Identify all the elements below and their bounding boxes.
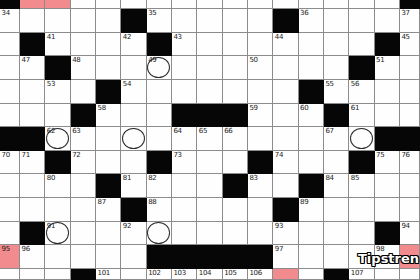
cell-r0-c1[interactable] [20,0,45,9]
cell-r8-c15[interactable] [375,174,400,198]
cell-r2-c8[interactable] [197,33,222,57]
clue-number: 62 [47,127,55,136]
cell-r4-c15[interactable] [375,80,400,104]
cell-r5-c11[interactable] [273,104,298,128]
cell-r1-c5 [121,9,146,33]
clue-number: 54 [123,80,131,89]
cell-r11-c13[interactable] [324,245,349,269]
cell-r11-c6 [147,245,172,269]
cell-r5-c1[interactable] [20,104,45,128]
cell-r4-c5[interactable]: 54 [121,80,146,104]
cell-r8-c5[interactable]: 81 [121,174,146,198]
clue-number: 44 [275,33,283,42]
cell-r10-c11[interactable]: 93 [273,222,298,246]
clue-number: 103 [173,269,185,278]
cell-r4-c4 [96,80,121,104]
cell-r2-c4[interactable] [96,33,121,57]
cell-r12-c5[interactable] [121,269,146,280]
cell-r2-c16[interactable]: 45 [400,33,420,57]
cell-r5-c9 [223,104,248,128]
cell-r1-c13[interactable] [324,9,349,33]
cell-r4-c8[interactable] [197,80,222,104]
cell-r8-c1[interactable] [20,174,45,198]
cell-r5-c12[interactable]: 60 [299,104,324,128]
cell-r11-c5[interactable] [121,245,146,269]
cell-r7-c0[interactable]: 70 [0,151,20,175]
circle-marker [350,128,373,150]
cell-r8-c16[interactable] [400,174,420,198]
clue-number: 67 [325,127,333,136]
clue-number: 56 [351,80,359,89]
clue-number: 37 [401,9,409,18]
cell-r10-c6[interactable] [147,222,172,246]
cell-r5-c5[interactable] [121,104,146,128]
cell-r2-c12[interactable] [299,33,324,57]
cell-r1-c16[interactable]: 37 [400,9,420,33]
clue-number: 51 [376,56,384,65]
cell-r3-c13[interactable] [324,56,349,80]
clue-number: 36 [300,9,308,18]
clue-number: 92 [123,222,131,231]
circle-marker [122,128,145,150]
cell-r12-c12[interactable] [299,269,324,280]
cell-r6-c12[interactable] [299,127,324,151]
cell-r0-c9[interactable] [223,0,248,9]
clue-number: 93 [275,222,283,231]
cell-r8-c3[interactable] [71,174,96,198]
cell-r8-c9 [223,174,248,198]
cell-r9-c6[interactable]: 88 [147,198,172,222]
cell-r6-c1 [20,127,45,151]
cell-r4-c3[interactable] [71,80,96,104]
clue-number: 91 [47,222,55,231]
cell-r4-c10[interactable] [248,80,273,104]
cell-r9-c8[interactable] [197,198,222,222]
cell-r12-c11[interactable] [273,269,298,280]
clue-number: 88 [148,198,156,207]
cell-r6-c3[interactable]: 63 [71,127,96,151]
cell-r2-c9[interactable] [223,33,248,57]
cell-r5-c13 [324,104,349,128]
cell-r3-c10[interactable]: 50 [248,56,273,80]
clue-number: 74 [275,151,283,160]
cell-r3-c1[interactable]: 47 [20,56,45,80]
cell-r4-c13[interactable]: 55 [324,80,349,104]
cell-r4-c11[interactable] [273,80,298,104]
cell-r11-c9 [223,245,248,269]
clue-number: 59 [249,104,257,113]
cell-r8-c10[interactable]: 83 [248,174,273,198]
cell-r0-c15[interactable] [375,0,400,9]
clue-number: 66 [224,127,232,136]
clue-number: 94 [401,222,409,231]
cell-r7-c14 [349,151,374,175]
cell-r7-c12[interactable] [299,151,324,175]
cell-r5-c16[interactable] [400,104,420,128]
clue-number: 89 [300,198,308,207]
clue-number: 70 [2,151,10,160]
cell-r12-c2[interactable] [45,269,70,280]
cell-r12-c16[interactable] [400,269,420,280]
cell-r3-c9[interactable] [223,56,248,80]
cell-r7-c9[interactable] [223,151,248,175]
cell-r4-c9[interactable] [223,80,248,104]
cell-r12-c0[interactable] [0,269,20,280]
clue-number: 81 [123,174,131,183]
cell-r4-c1[interactable] [20,80,45,104]
cell-r0-c12[interactable] [299,0,324,9]
clue-number: 85 [351,174,359,183]
cell-r3-c2 [45,56,70,80]
cell-r12-c1[interactable] [20,269,45,280]
cell-r9-c2[interactable] [45,198,70,222]
cell-r8-c7[interactable] [172,174,197,198]
cell-r6-c0 [0,127,20,151]
clue-number: 63 [72,127,80,136]
cell-r3-c12[interactable] [299,56,324,80]
cell-r3-c7[interactable] [172,56,197,80]
clue-number: 60 [300,104,308,113]
cell-r12-c9[interactable]: 105 [223,269,248,280]
cell-r7-c10 [248,151,273,175]
cell-r9-c11 [273,198,298,222]
cell-r3-c5[interactable] [121,56,146,80]
cell-r9-c7[interactable] [172,198,197,222]
cell-r0-c6[interactable] [147,0,172,9]
cell-r1-c7[interactable] [172,9,197,33]
cell-r10-c1 [20,222,45,246]
clue-number: 101 [97,269,109,278]
cell-r10-c16[interactable]: 94 [400,222,420,246]
cell-r2-c1 [20,33,45,57]
cell-r6-c13[interactable]: 67 [324,127,349,151]
cell-r5-c10[interactable]: 59 [248,104,273,128]
crossword-grid: 3435363741424344454748495051535455565859… [0,0,420,280]
cell-r1-c2[interactable] [45,9,70,33]
cell-r8-c8[interactable] [197,174,222,198]
watermark: Tipstren [358,251,419,266]
cell-r9-c1[interactable] [20,198,45,222]
cell-r1-c1[interactable] [20,9,45,33]
cell-r6-c10[interactable] [248,127,273,151]
clue-number: 61 [351,104,359,113]
cell-r8-c2[interactable]: 80 [45,174,70,198]
cell-r7-c11[interactable]: 74 [273,151,298,175]
cell-r2-c11[interactable]: 44 [273,33,298,57]
cell-r9-c9[interactable] [223,198,248,222]
cell-r8-c4 [96,174,121,198]
cell-r6-c4[interactable] [96,127,121,151]
cell-r8-c13[interactable]: 84 [324,174,349,198]
cell-r7-c1[interactable]: 71 [20,151,45,175]
cell-r2-c7[interactable]: 43 [172,33,197,57]
cell-r5-c8 [197,104,222,128]
clue-number: 34 [2,9,10,18]
cell-r0-c11[interactable] [273,0,298,9]
cell-r8-c12 [299,174,324,198]
clue-number: 106 [249,269,261,278]
cell-r0-c3[interactable] [71,0,96,9]
cell-r9-c10[interactable] [248,198,273,222]
cell-r7-c3[interactable]: 72 [71,151,96,175]
clue-number: 76 [401,151,409,160]
cell-r0-c2[interactable] [45,0,70,9]
cell-r1-c6[interactable]: 35 [147,9,172,33]
clue-number: 47 [22,56,30,65]
cell-r1-c0[interactable]: 34 [0,9,20,33]
clue-number: 87 [97,198,105,207]
clue-number: 97 [275,245,283,254]
cell-r0-c8[interactable] [197,0,222,9]
cell-r10-c7[interactable] [172,222,197,246]
cell-r6-c8[interactable]: 65 [197,127,222,151]
cell-r3-c6[interactable]: 49 [147,56,172,80]
cell-r0-c5[interactable] [121,0,146,9]
cell-r1-c10[interactable] [248,9,273,33]
cell-r1-c12[interactable]: 36 [299,9,324,33]
cell-r9-c15[interactable] [375,198,400,222]
cell-r11-c8 [197,245,222,269]
cell-r5-c2[interactable] [45,104,70,128]
cell-r11-c2[interactable] [45,245,70,269]
clue-number: 95 [2,245,10,254]
cell-r6-c9[interactable]: 66 [223,127,248,151]
cell-r11-c0[interactable]: 95 [0,245,20,269]
cell-r1-c11 [273,9,298,33]
cell-r12-c3 [71,269,96,280]
cell-r10-c0[interactable] [0,222,20,246]
cell-r12-c6[interactable]: 102 [147,269,172,280]
cell-r7-c16[interactable]: 76 [400,151,420,175]
cell-r5-c14[interactable]: 61 [349,104,374,128]
cell-r12-c15[interactable] [375,269,400,280]
cell-r4-c16[interactable] [400,80,420,104]
cell-r9-c16[interactable] [400,198,420,222]
cell-r11-c1[interactable]: 96 [20,245,45,269]
cell-r6-c2[interactable]: 62 [45,127,70,151]
clue-number: 107 [351,269,363,278]
cell-r0-c4[interactable] [96,0,121,9]
cell-r6-c6[interactable] [147,127,172,151]
cell-r12-c10[interactable]: 106 [248,269,273,280]
cell-r8-c0[interactable] [0,174,20,198]
cell-r8-c6[interactable]: 82 [147,174,172,198]
cell-r10-c14[interactable] [349,222,374,246]
cell-r0-c0 [0,0,20,9]
cell-r12-c13 [324,269,349,280]
cell-r9-c0[interactable] [0,198,20,222]
cell-r6-c5[interactable] [121,127,146,151]
cell-r4-c12 [299,80,324,104]
cell-r11-c11[interactable]: 97 [273,245,298,269]
cell-r12-c14[interactable]: 107 [349,269,374,280]
clue-number: 104 [199,269,211,278]
cell-r4-c6[interactable] [147,80,172,104]
cell-r10-c10[interactable] [248,222,273,246]
cell-r12-c4[interactable]: 101 [96,269,121,280]
cell-r1-c9[interactable] [223,9,248,33]
cell-r1-c15[interactable] [375,9,400,33]
cell-r0-c10[interactable] [248,0,273,9]
cell-r3-c15[interactable]: 51 [375,56,400,80]
clue-number: 53 [47,80,55,89]
clue-number: 84 [325,174,333,183]
cell-r7-c8[interactable] [197,151,222,175]
cell-r6-c15 [375,127,400,151]
cell-r12-c8[interactable]: 104 [197,269,222,280]
cell-r0-c13[interactable] [324,0,349,9]
cell-r10-c5[interactable]: 92 [121,222,146,246]
cell-r5-c3 [71,104,96,128]
clue-number: 75 [376,151,384,160]
clue-number: 49 [148,56,156,65]
clue-number: 41 [47,33,55,42]
cell-r5-c6[interactable] [147,104,172,128]
cell-r3-c0[interactable] [0,56,20,80]
cell-r12-c7[interactable]: 103 [172,269,197,280]
cell-r4-c2[interactable]: 53 [45,80,70,104]
clue-number: 45 [401,33,409,42]
cell-r4-c0[interactable] [0,80,20,104]
clue-number: 83 [249,174,257,183]
cell-r2-c15 [375,33,400,57]
cell-r5-c0[interactable] [0,104,20,128]
cell-r9-c12[interactable]: 89 [299,198,324,222]
clue-number: 58 [97,104,105,113]
cell-r9-c3[interactable] [71,198,96,222]
cell-r6-c11[interactable] [273,127,298,151]
cell-r9-c13[interactable] [324,198,349,222]
cell-r2-c5[interactable]: 42 [121,33,146,57]
cell-r7-c2 [45,151,70,175]
cell-r7-c6 [147,151,172,175]
cell-r9-c4[interactable]: 87 [96,198,121,222]
cell-r10-c4[interactable] [96,222,121,246]
cell-r2-c6 [147,33,172,57]
cell-r11-c4[interactable] [96,245,121,269]
cell-r9-c5 [121,198,146,222]
crossword-screenshot: 3435363741424344454748495051535455565859… [0,0,420,280]
cell-r2-c3[interactable] [71,33,96,57]
cell-r5-c15[interactable] [375,104,400,128]
clue-number: 105 [224,269,236,278]
clue-number: 71 [22,151,30,160]
cell-r6-c16 [400,127,420,151]
cell-r7-c4[interactable] [96,151,121,175]
cell-r3-c8[interactable] [197,56,222,80]
circle-marker [147,222,170,244]
cell-r3-c11[interactable] [273,56,298,80]
cell-r7-c7[interactable]: 73 [172,151,197,175]
clue-number: 35 [148,9,156,18]
cell-r4-c7[interactable] [172,80,197,104]
cell-r11-c3[interactable] [71,245,96,269]
clue-number: 43 [173,33,181,42]
cell-r8-c14[interactable]: 85 [349,174,374,198]
clue-number: 65 [199,127,207,136]
cell-r5-c4[interactable]: 58 [96,104,121,128]
clue-number: 82 [148,174,156,183]
clue-number: 73 [173,151,181,160]
cell-r7-c15[interactable]: 75 [375,151,400,175]
cell-r10-c12[interactable] [299,222,324,246]
clue-number: 50 [249,56,257,65]
cell-r0-c7[interactable] [172,0,197,9]
cell-r10-c8[interactable] [197,222,222,246]
cell-r7-c5[interactable] [121,151,146,175]
clue-number: 72 [72,151,80,160]
clue-number: 80 [47,174,55,183]
cell-r3-c4[interactable] [96,56,121,80]
cell-r1-c14[interactable] [349,9,374,33]
cell-r10-c13[interactable] [324,222,349,246]
cell-r5-c7 [172,104,197,128]
cell-r9-c14[interactable] [349,198,374,222]
cell-r6-c7[interactable]: 64 [172,127,197,151]
cell-r1-c3[interactable] [71,9,96,33]
cell-r11-c7 [172,245,197,269]
cell-r3-c16[interactable] [400,56,420,80]
cell-r2-c10[interactable] [248,33,273,57]
cell-r0-c14[interactable] [349,0,374,9]
cell-r3-c3[interactable]: 48 [71,56,96,80]
cell-r8-c11[interactable] [273,174,298,198]
cell-r10-c15 [375,222,400,246]
cell-r0-c16 [400,0,420,9]
cell-r2-c2[interactable]: 41 [45,33,70,57]
cell-r3-c14 [349,56,374,80]
cell-r11-c10 [248,245,273,269]
cell-r1-c4[interactable] [96,9,121,33]
cell-r2-c0[interactable] [0,33,20,57]
clue-number: 55 [325,80,333,89]
cell-r6-c14[interactable] [349,127,374,151]
clue-number: 102 [148,269,160,278]
cell-r2-c14[interactable] [349,33,374,57]
cell-r10-c3[interactable] [71,222,96,246]
clue-number: 96 [22,245,30,254]
cell-r4-c14[interactable]: 56 [349,80,374,104]
cell-r10-c2[interactable]: 91 [45,222,70,246]
cell-r10-c9[interactable] [223,222,248,246]
cell-r2-c13[interactable] [324,33,349,57]
clue-number: 42 [123,33,131,42]
cell-r1-c8[interactable] [197,9,222,33]
clue-number: 64 [173,127,181,136]
cell-r11-c12[interactable] [299,245,324,269]
clue-number: 48 [72,56,80,65]
cell-r7-c13[interactable] [324,151,349,175]
